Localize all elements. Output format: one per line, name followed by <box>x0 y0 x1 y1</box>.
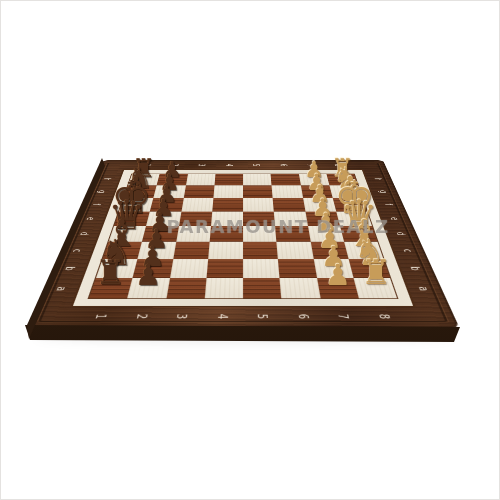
square-b2 <box>133 259 173 278</box>
rank-label-6: 6 <box>290 305 318 329</box>
square-b7 <box>313 259 353 278</box>
rank-label-8: 8 <box>369 305 401 329</box>
file-label-a: a <box>403 282 446 295</box>
square-h5 <box>243 174 272 186</box>
square-c6 <box>277 242 314 259</box>
square-c1 <box>103 242 143 259</box>
square-c3 <box>173 242 210 259</box>
chess-board: 12345678 12345678 abcdefgh abcdefgh <box>27 160 460 327</box>
file-label-g: g <box>367 188 400 196</box>
square-b1 <box>96 259 138 278</box>
square-e1 <box>114 211 150 226</box>
square-g4 <box>213 186 243 198</box>
square-a7 <box>316 278 358 299</box>
square-g6 <box>272 186 303 198</box>
square-g2 <box>154 186 186 198</box>
watermark-text: PARAMOUNT DEALZ <box>167 216 390 237</box>
rank-label-4: 4 <box>210 305 236 329</box>
rank-label-1: 1 <box>85 305 117 329</box>
file-label-e: e <box>73 214 109 223</box>
file-label-g: g <box>86 188 119 196</box>
square-f2 <box>150 198 183 211</box>
file-label-h: h <box>363 176 394 183</box>
rank-labels-back: 12345678 <box>133 162 353 169</box>
rank-label-1: 1 <box>138 160 158 171</box>
square-f1 <box>119 198 153 211</box>
square-a4 <box>204 278 243 299</box>
file-label-h: h <box>92 176 123 183</box>
square-a5 <box>243 278 282 299</box>
square-h4 <box>214 174 243 186</box>
product-photo-scene: 12345678 12345678 abcdefgh abcdefgh ♜♞♝♛… <box>0 0 500 500</box>
square-f7 <box>303 198 336 211</box>
square-g1 <box>124 186 157 198</box>
square-g7 <box>300 186 332 198</box>
square-g5 <box>243 186 273 198</box>
board-shadow <box>34 332 454 343</box>
rank-label-4: 4 <box>221 160 238 171</box>
square-h6 <box>271 174 301 186</box>
square-b5 <box>243 259 280 278</box>
rank-label-8: 8 <box>328 160 348 171</box>
rank-label-2: 2 <box>165 160 184 171</box>
square-a1 <box>89 278 133 299</box>
square-g8 <box>329 186 362 198</box>
square-h7 <box>298 174 329 186</box>
square-a6 <box>280 278 320 299</box>
square-c7 <box>310 242 348 259</box>
square-b8 <box>348 259 390 278</box>
rank-label-2: 2 <box>127 305 157 329</box>
file-label-f: f <box>80 200 114 208</box>
rank-label-3: 3 <box>193 160 211 171</box>
square-d1 <box>109 226 147 242</box>
square-c8 <box>344 242 384 259</box>
square-a3 <box>166 278 206 299</box>
file-label-f: f <box>372 200 406 208</box>
square-a8 <box>353 278 397 299</box>
square-f5 <box>243 198 274 211</box>
square-g3 <box>183 186 214 198</box>
file-label-c: c <box>58 245 97 256</box>
square-f3 <box>181 198 213 211</box>
rank-label-6: 6 <box>275 160 293 171</box>
square-a2 <box>127 278 169 299</box>
rank-label-5: 5 <box>251 305 277 329</box>
rank-label-3: 3 <box>168 305 196 329</box>
file-label-b: b <box>395 263 436 275</box>
file-label-d: d <box>66 229 103 239</box>
square-f8 <box>332 198 366 211</box>
rank-label-7: 7 <box>302 160 321 171</box>
square-h2 <box>157 174 188 186</box>
square-c2 <box>138 242 176 259</box>
square-b6 <box>278 259 316 278</box>
rank-labels-front: 12345678 <box>79 309 407 324</box>
square-b4 <box>206 259 243 278</box>
square-c5 <box>243 242 278 259</box>
square-h3 <box>186 174 216 186</box>
file-label-c: c <box>389 245 428 256</box>
file-label-b: b <box>49 263 90 275</box>
square-f4 <box>212 198 243 211</box>
square-f6 <box>273 198 305 211</box>
file-label-a: a <box>40 282 83 295</box>
square-b3 <box>170 259 208 278</box>
rank-label-5: 5 <box>248 160 265 171</box>
square-h1 <box>128 174 160 186</box>
rank-label-7: 7 <box>329 305 359 329</box>
square-c4 <box>208 242 243 259</box>
square-h8 <box>326 174 358 186</box>
